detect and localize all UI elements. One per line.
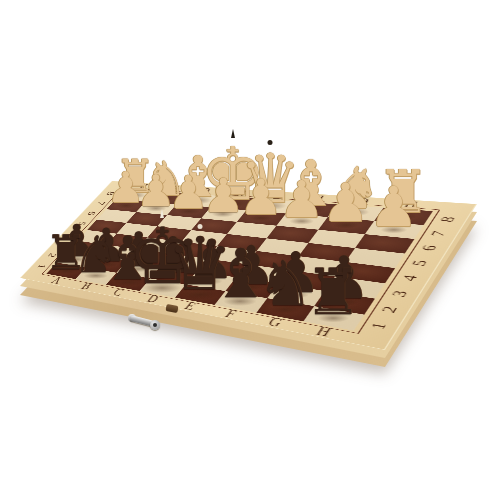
king-finial-icon — [231, 129, 235, 138]
white-pawn-glyph: ♟ — [369, 180, 419, 235]
rank-label-right-1: 1 — [369, 322, 391, 331]
rank-label-right-5: 5 — [410, 259, 431, 267]
rank-label-right-2: 2 — [379, 305, 401, 314]
rank-label-right-7: 7 — [429, 230, 450, 237]
clasp-screw-icon — [153, 323, 157, 327]
queen-finial-icon — [268, 140, 273, 145]
rank-label-right-8: 8 — [438, 216, 459, 222]
white-pawn-glyph: ♟ — [239, 174, 283, 223]
king-finial-icon — [160, 209, 164, 218]
black-rook-glyph: ♜ — [305, 260, 362, 324]
clasp[interactable] — [128, 311, 172, 337]
rank-label-right-3: 3 — [390, 290, 412, 298]
white-pawn-glyph: ♟ — [279, 175, 325, 226]
queen-finial-icon — [197, 224, 202, 229]
rank-label-right-6: 6 — [419, 245, 440, 252]
white-pawn-glyph: ♟ — [322, 178, 370, 231]
rank-label-right-4: 4 — [400, 274, 422, 282]
chess-set-photo: AABBCCDDEEFFGGHH8877665544332211 ♜♞♝♚♛♝♞… — [0, 0, 500, 500]
